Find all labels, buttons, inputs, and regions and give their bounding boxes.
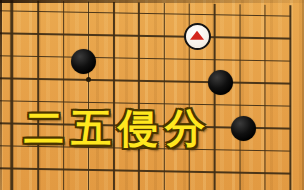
- grid-vertical-lines: [0, 0, 304, 190]
- board-grid: [0, 0, 304, 190]
- black-stone[interactable]: [208, 70, 233, 95]
- white-stone-marked[interactable]: [184, 23, 211, 50]
- caption-text: 二五侵分: [24, 106, 212, 150]
- triangle-marker-icon: [190, 31, 204, 40]
- black-stone[interactable]: [71, 49, 96, 74]
- board-left-edge-shadow: [0, 0, 2, 190]
- board-right-edge-shadow: [302, 0, 304, 190]
- star-point: [86, 77, 91, 82]
- board-top-edge-shadow: [0, 0, 304, 3]
- go-board-diagram: 二五侵分: [0, 0, 304, 190]
- black-stone[interactable]: [231, 116, 256, 141]
